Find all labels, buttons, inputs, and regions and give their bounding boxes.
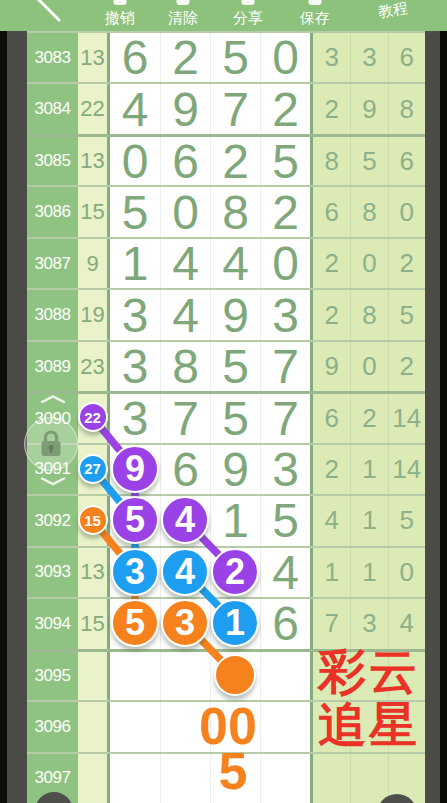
digit-cell[interactable]: 2: [260, 84, 310, 133]
sum-cell: 13: [78, 33, 107, 82]
stat-cell: 0: [388, 548, 425, 597]
digit-cell[interactable]: [160, 652, 210, 700]
stat-cell: 1: [350, 496, 387, 545]
sum-cell: 23: [78, 342, 107, 391]
share-button[interactable]: 分享: [224, 9, 272, 28]
sum-cell: 19: [78, 290, 107, 339]
sum-cell: 15: [78, 599, 107, 648]
sum-cell: [78, 445, 107, 494]
lock-button[interactable]: [24, 417, 78, 471]
digit-cell[interactable]: 0: [160, 187, 210, 236]
period-cell: 3095: [27, 652, 78, 700]
table-row-3087: 308791440202: [27, 237, 425, 288]
stat-cell: 6: [388, 33, 425, 82]
sum-cell: [78, 496, 107, 545]
table-row-3095: 3095: [27, 649, 425, 700]
sum-cell: [78, 754, 107, 803]
lock-icon: [36, 428, 66, 460]
stat-cell: 2: [313, 290, 350, 339]
digit-cell[interactable]: [160, 702, 210, 751]
stat-cell: 8: [388, 84, 425, 133]
digit-cell[interactable]: [110, 496, 160, 545]
digit-cell[interactable]: [160, 496, 210, 545]
table-row-3085: 3085130625856: [27, 134, 425, 185]
table-row-3083: 3083136250336: [27, 31, 425, 82]
sum-cell: [78, 702, 107, 751]
stat-cell: 5: [388, 496, 425, 545]
stat-cell: [350, 754, 387, 803]
digit-cell[interactable]: [210, 548, 260, 597]
stat-cell: 2: [313, 445, 350, 494]
digit-cell[interactable]: 8: [210, 187, 260, 236]
digit-cell[interactable]: [160, 548, 210, 597]
digit-cell[interactable]: 6: [160, 137, 210, 185]
table-row-3094: 3094156734: [27, 597, 425, 648]
digit-cell[interactable]: [210, 702, 260, 751]
stat-cell: 2: [388, 342, 425, 391]
digit-cell[interactable]: 0: [260, 239, 310, 288]
back-icon[interactable]: [20, 0, 62, 31]
stat-cell: 9: [350, 84, 387, 133]
period-cell: 3087: [27, 239, 78, 288]
period-cell: 3085: [27, 137, 78, 185]
table-row-3097: 3097: [27, 752, 425, 803]
digit-cell[interactable]: [110, 445, 160, 494]
stat-cell: 5: [350, 137, 387, 185]
period-cell: 3089: [27, 342, 78, 391]
digit-cell[interactable]: 6: [260, 599, 310, 648]
scroll-down-chevron[interactable]: [40, 477, 66, 486]
stat-cell: 4: [388, 599, 425, 648]
stat-cell: 3: [313, 33, 350, 82]
stat-cell: 0: [350, 239, 387, 288]
undo-button[interactable]: 撤销: [96, 9, 144, 28]
digit-cell[interactable]: 9: [160, 84, 210, 133]
stat-cell: [388, 652, 425, 700]
digit-cell[interactable]: 7: [210, 84, 260, 133]
table-row-3084: 3084224972298: [27, 82, 425, 133]
digit-cell[interactable]: 7: [260, 394, 310, 442]
clear-button[interactable]: 清除: [159, 9, 207, 28]
stat-cell: [313, 652, 350, 700]
sum-cell: 13: [78, 137, 107, 185]
digit-cell[interactable]: [110, 652, 160, 700]
digit-cell[interactable]: [110, 702, 160, 751]
stat-cell: 1: [313, 548, 350, 597]
digit-cell[interactable]: [110, 754, 160, 803]
digit-cell[interactable]: 7: [260, 342, 310, 391]
digit-cell[interactable]: 4: [260, 548, 310, 597]
digit-cell[interactable]: 5: [260, 496, 310, 545]
digit-cell[interactable]: [260, 652, 310, 700]
stat-cell: 6: [313, 394, 350, 442]
digit-cell[interactable]: 5: [110, 187, 160, 236]
tutorial-button[interactable]: 教程: [377, 0, 410, 22]
stat-cell: [388, 702, 425, 751]
app-screen: 撤销 清除 分享 保存 教程 3083136250336308422497229…: [0, 0, 447, 803]
digit-cell[interactable]: 1: [210, 496, 260, 545]
digit-cell[interactable]: 1: [110, 239, 160, 288]
top-toolbar: 撤销 清除 分享 保存 教程: [0, 0, 447, 31]
table-row-3090: 309037576214: [27, 391, 425, 442]
digit-cell[interactable]: 9: [210, 290, 260, 339]
digit-cell[interactable]: 4: [160, 290, 210, 339]
stat-cell: 8: [350, 290, 387, 339]
period-cell: 3092: [27, 496, 78, 545]
sum-cell: 13: [78, 548, 107, 597]
sum-cell: 22: [78, 84, 107, 133]
stat-cell: 4: [313, 496, 350, 545]
period-cell: 3088: [27, 290, 78, 339]
left-letterbox: [7, 31, 27, 803]
digit-cell[interactable]: 3: [110, 394, 160, 442]
digit-cell[interactable]: [260, 702, 310, 751]
stat-cell: 3: [350, 599, 387, 648]
digit-cell[interactable]: 5: [260, 137, 310, 185]
period-cell: 3094: [27, 599, 78, 648]
stat-cell: 2: [350, 394, 387, 442]
stat-cell: 14: [388, 394, 425, 442]
stat-cell: 6: [313, 187, 350, 236]
stat-cell: [350, 652, 387, 700]
sum-cell: [78, 394, 107, 442]
digit-cell[interactable]: [210, 754, 260, 803]
digit-cell[interactable]: [160, 599, 210, 648]
digit-cell[interactable]: 0: [260, 33, 310, 82]
table-row-3089: 3089233857902: [27, 340, 425, 391]
digit-cell[interactable]: 6: [110, 33, 160, 82]
sum-cell: 9: [78, 239, 107, 288]
stat-cell: 8: [350, 187, 387, 236]
trend-table: 3083136250336308422497229830851306258563…: [27, 31, 425, 803]
digit-cell[interactable]: 3: [260, 290, 310, 339]
digit-cell[interactable]: 5: [210, 394, 260, 442]
stat-cell: 0: [388, 187, 425, 236]
period-cell: 3093: [27, 548, 78, 597]
digit-cell[interactable]: 4: [110, 84, 160, 133]
digit-cell[interactable]: 2: [260, 187, 310, 236]
stat-cell: 7: [313, 599, 350, 648]
table-row-3091: 30916932114: [27, 443, 425, 494]
digit-cell[interactable]: [210, 652, 260, 700]
digit-cell[interactable]: 9: [210, 445, 260, 494]
stat-cell: [313, 702, 350, 751]
stat-cell: 2: [388, 239, 425, 288]
sum-cell: [78, 652, 107, 700]
digit-cell[interactable]: 0: [110, 137, 160, 185]
stat-cell: 14: [388, 445, 425, 494]
table-row-3093: 3093134110: [27, 546, 425, 597]
digit-cell[interactable]: 7: [160, 394, 210, 442]
stat-cell: 9: [313, 342, 350, 391]
digit-cell[interactable]: 5: [210, 33, 260, 82]
table-row-3092: 309215415: [27, 494, 425, 545]
digit-cell[interactable]: 3: [110, 342, 160, 391]
sum-cell: 15: [78, 187, 107, 236]
digit-cell[interactable]: 6: [160, 445, 210, 494]
table-row-3096: 3096: [27, 700, 425, 751]
digit-cell[interactable]: 2: [160, 33, 210, 82]
digit-cell[interactable]: 3: [260, 445, 310, 494]
period-cell: 3084: [27, 84, 78, 133]
stat-cell: [313, 754, 350, 803]
digit-cell[interactable]: 2: [210, 137, 260, 185]
stat-cell: 6: [388, 137, 425, 185]
stat-cell: 1: [350, 445, 387, 494]
stat-cell: [350, 702, 387, 751]
period-cell: 3086: [27, 187, 78, 236]
digit-cell[interactable]: [260, 754, 310, 803]
table-row-3088: 3088193493285: [27, 288, 425, 339]
period-cell: 3096: [27, 702, 78, 751]
stat-cell: 5: [388, 290, 425, 339]
digit-cell[interactable]: [110, 599, 160, 648]
stat-cell: 8: [313, 137, 350, 185]
digit-cell[interactable]: [160, 754, 210, 803]
digit-cell[interactable]: 4: [210, 239, 260, 288]
table-row-3086: 3086155082680: [27, 185, 425, 236]
stat-cell: 2: [313, 239, 350, 288]
digit-cell[interactable]: 8: [160, 342, 210, 391]
stat-cell: 3: [350, 33, 387, 82]
stat-cell: 2: [313, 84, 350, 133]
digit-cell[interactable]: 3: [110, 290, 160, 339]
stat-cell: 0: [350, 342, 387, 391]
digit-cell[interactable]: 5: [210, 342, 260, 391]
scroll-up-chevron[interactable]: [40, 395, 66, 404]
digit-cell[interactable]: 4: [160, 239, 210, 288]
period-cell: 3083: [27, 33, 78, 82]
stat-cell: 1: [350, 548, 387, 597]
digit-cell[interactable]: [210, 599, 260, 648]
right-letterbox: [425, 31, 440, 803]
save-button[interactable]: 保存: [291, 9, 339, 28]
digit-cell[interactable]: [110, 548, 160, 597]
